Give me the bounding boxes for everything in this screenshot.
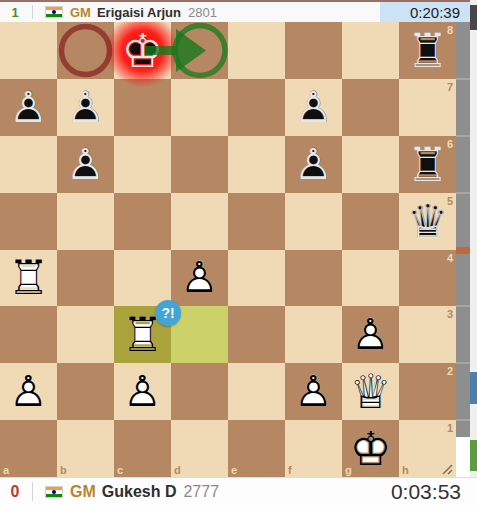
square-e6[interactable]: [228, 136, 285, 193]
square-b8[interactable]: [57, 22, 114, 79]
piece-outline: ♙: [57, 136, 114, 193]
gauge-tick: [456, 135, 470, 137]
square-h7[interactable]: 7: [399, 79, 456, 136]
white-pawn-a2[interactable]: ♟♙: [0, 363, 57, 420]
square-d2[interactable]: [171, 363, 228, 420]
square-b7[interactable]: ♟♙: [57, 79, 114, 136]
square-d4[interactable]: ♟♙: [171, 250, 228, 307]
gauge-tick: [456, 305, 470, 307]
bottom-title: GM: [70, 483, 96, 501]
square-a6[interactable]: [0, 136, 57, 193]
piece-outline: ♖: [399, 136, 456, 193]
square-d5[interactable]: [171, 193, 228, 250]
divider: [32, 5, 33, 19]
file-label-b: b: [60, 464, 67, 476]
white-pawn-g3[interactable]: ♟♙: [342, 306, 399, 363]
square-f3[interactable]: [285, 306, 342, 363]
file-label-e: e: [231, 464, 237, 476]
square-g8[interactable]: [342, 22, 399, 79]
square-e8[interactable]: [228, 22, 285, 79]
file-label-h: h: [402, 464, 409, 476]
bottom-player-name: Gukesh D: [102, 483, 177, 501]
square-b3[interactable]: [57, 306, 114, 363]
rank-label-7: 7: [447, 81, 453, 93]
square-g6[interactable]: [342, 136, 399, 193]
gauge-tick: [456, 192, 470, 194]
square-d6[interactable]: [171, 136, 228, 193]
piece-outline: ♙: [285, 363, 342, 420]
move-assessment-badge: ?!: [155, 300, 181, 326]
white-pawn-d4[interactable]: ♟♙: [171, 250, 228, 307]
square-e5[interactable]: [228, 193, 285, 250]
eval-gauge-white-share: [456, 437, 470, 477]
square-h6[interactable]: ♜♖6: [399, 136, 456, 193]
piece-outline: ♙: [285, 79, 342, 136]
square-g7[interactable]: [342, 79, 399, 136]
piece-outline: ♙: [0, 363, 57, 420]
gauge-tick: [456, 419, 470, 421]
black-pawn-a7[interactable]: ♟♙: [0, 79, 57, 136]
square-g4[interactable]: [342, 250, 399, 307]
square-e4[interactable]: [228, 250, 285, 307]
bottom-player-rating: 2777: [183, 483, 219, 501]
piece-outline: ♙: [0, 79, 57, 136]
square-d8[interactable]: [171, 22, 228, 79]
square-c6[interactable]: [114, 136, 171, 193]
square-a2[interactable]: ♟♙: [0, 363, 57, 420]
bottom-player-bar: 0 GM Gukesh D 2777 0:03:53: [0, 477, 477, 505]
gauge-center-tick: [456, 247, 470, 254]
piece-outline: ♖: [0, 250, 57, 307]
edge-segment: [470, 5, 477, 30]
square-e3[interactable]: [228, 306, 285, 363]
file-label-d: d: [174, 464, 181, 476]
top-score: 1: [0, 5, 30, 20]
file-label-c: c: [117, 464, 123, 476]
top-player-rating: 2801: [188, 5, 217, 20]
bottom-clock: 0:03:53: [381, 478, 471, 505]
square-a5[interactable]: [0, 193, 57, 250]
black-rook-h8[interactable]: ♜♖: [399, 22, 456, 79]
piece-outline: ♙: [285, 136, 342, 193]
black-pawn-f6[interactable]: ♟♙: [285, 136, 342, 193]
black-pawn-f7[interactable]: ♟♙: [285, 79, 342, 136]
square-g3[interactable]: ♟♙: [342, 306, 399, 363]
top-player-bar: 1 GM Erigaisi Arjun 2801 0:20:39: [0, 0, 470, 22]
top-clock: 0:20:39: [380, 2, 470, 22]
edge-segment: [470, 372, 477, 404]
square-f7[interactable]: ♟♙: [285, 79, 342, 136]
square-a1[interactable]: a: [0, 420, 57, 477]
square-b5[interactable]: [57, 193, 114, 250]
square-g1[interactable]: ♚♔g: [342, 420, 399, 477]
square-e7[interactable]: [228, 79, 285, 136]
file-label-a: a: [3, 464, 9, 476]
piece-outline: ♕: [342, 363, 399, 420]
square-b1[interactable]: b: [57, 420, 114, 477]
square-f1[interactable]: f: [285, 420, 342, 477]
white-pawn-c2[interactable]: ♟♙: [114, 363, 171, 420]
square-g5[interactable]: [342, 193, 399, 250]
black-queen-h5[interactable]: ♛♕: [399, 193, 456, 250]
india-flag-icon: [45, 6, 63, 18]
rank-label-4: 4: [447, 252, 453, 264]
black-rook-h6[interactable]: ♜♖: [399, 136, 456, 193]
square-e2[interactable]: [228, 363, 285, 420]
piece-outline: ♙: [342, 306, 399, 363]
white-rook-a4[interactable]: ♜♖: [0, 250, 57, 307]
square-f8[interactable]: [285, 22, 342, 79]
black-pawn-b6[interactable]: ♟♙: [57, 136, 114, 193]
square-c1[interactable]: c: [114, 420, 171, 477]
piece-outline: ♙: [171, 250, 228, 307]
move-assessment-glyph: ?!: [161, 305, 174, 321]
square-a7[interactable]: ♟♙: [0, 79, 57, 136]
rank-label-2: 2: [447, 365, 453, 377]
gauge-tick: [456, 78, 470, 80]
india-flag-icon: [45, 486, 63, 498]
chess-broadcast-window: 1 GM Erigaisi Arjun 2801 0:20:39 ♚♔♜♖8♟♙…: [0, 0, 477, 505]
bottom-score: 0: [0, 483, 30, 501]
square-f5[interactable]: [285, 193, 342, 250]
chess-board[interactable]: ♚♔♜♖8♟♙♟♙♟♙7♟♙♟♙♜♖6♛♕5♜♖♟♙4♜♖♟♙3♟♙♟♙♟♙♛♕…: [0, 22, 456, 477]
square-d1[interactable]: d: [171, 420, 228, 477]
square-d7[interactable]: [171, 79, 228, 136]
right-edge-strip: [470, 0, 477, 505]
square-g2[interactable]: ♛♕: [342, 363, 399, 420]
square-h4[interactable]: 4: [399, 250, 456, 307]
white-king-g1[interactable]: ♚♔: [342, 420, 399, 477]
piece-outline: ♕: [399, 193, 456, 250]
square-c8[interactable]: ♚♔: [114, 22, 171, 79]
square-c2[interactable]: ♟♙: [114, 363, 171, 420]
square-b4[interactable]: [57, 250, 114, 307]
square-b2[interactable]: [57, 363, 114, 420]
square-b6[interactable]: ♟♙: [57, 136, 114, 193]
square-a4[interactable]: ♜♖: [0, 250, 57, 307]
eval-gauge: [456, 22, 470, 477]
edge-segment: [470, 440, 477, 471]
piece-outline: ♔: [342, 420, 399, 477]
square-c4[interactable]: [114, 250, 171, 307]
rank-label-1: 1: [447, 422, 453, 434]
top-player-name: Erigaisi Arjun: [97, 5, 181, 20]
square-e1[interactable]: e: [228, 420, 285, 477]
board-resize-handle[interactable]: [440, 462, 454, 476]
square-f2[interactable]: ♟♙: [285, 363, 342, 420]
black-pawn-b7[interactable]: ♟♙: [57, 79, 114, 136]
square-h8[interactable]: ♜♖8: [399, 22, 456, 79]
square-a3[interactable]: [0, 306, 57, 363]
square-a8[interactable]: [0, 22, 57, 79]
square-c5[interactable]: [114, 193, 171, 250]
piece-outline: ♙: [114, 363, 171, 420]
gauge-tick: [456, 362, 470, 364]
square-c7[interactable]: [114, 79, 171, 136]
piece-outline: ♙: [57, 79, 114, 136]
top-title: GM: [70, 5, 91, 20]
piece-outline: ♖: [399, 22, 456, 79]
square-h3[interactable]: 3: [399, 306, 456, 363]
divider: [32, 482, 33, 501]
black-king-c8[interactable]: ♚♔: [114, 22, 171, 79]
square-h2[interactable]: 2: [399, 363, 456, 420]
file-label-f: f: [288, 464, 292, 476]
square-h5[interactable]: ♛♕5: [399, 193, 456, 250]
white-pawn-f2[interactable]: ♟♙: [285, 363, 342, 420]
piece-outline: ♔: [114, 22, 171, 79]
square-f4[interactable]: [285, 250, 342, 307]
square-f6[interactable]: ♟♙: [285, 136, 342, 193]
white-queen-g2[interactable]: ♛♕: [342, 363, 399, 420]
rank-label-3: 3: [447, 308, 453, 320]
